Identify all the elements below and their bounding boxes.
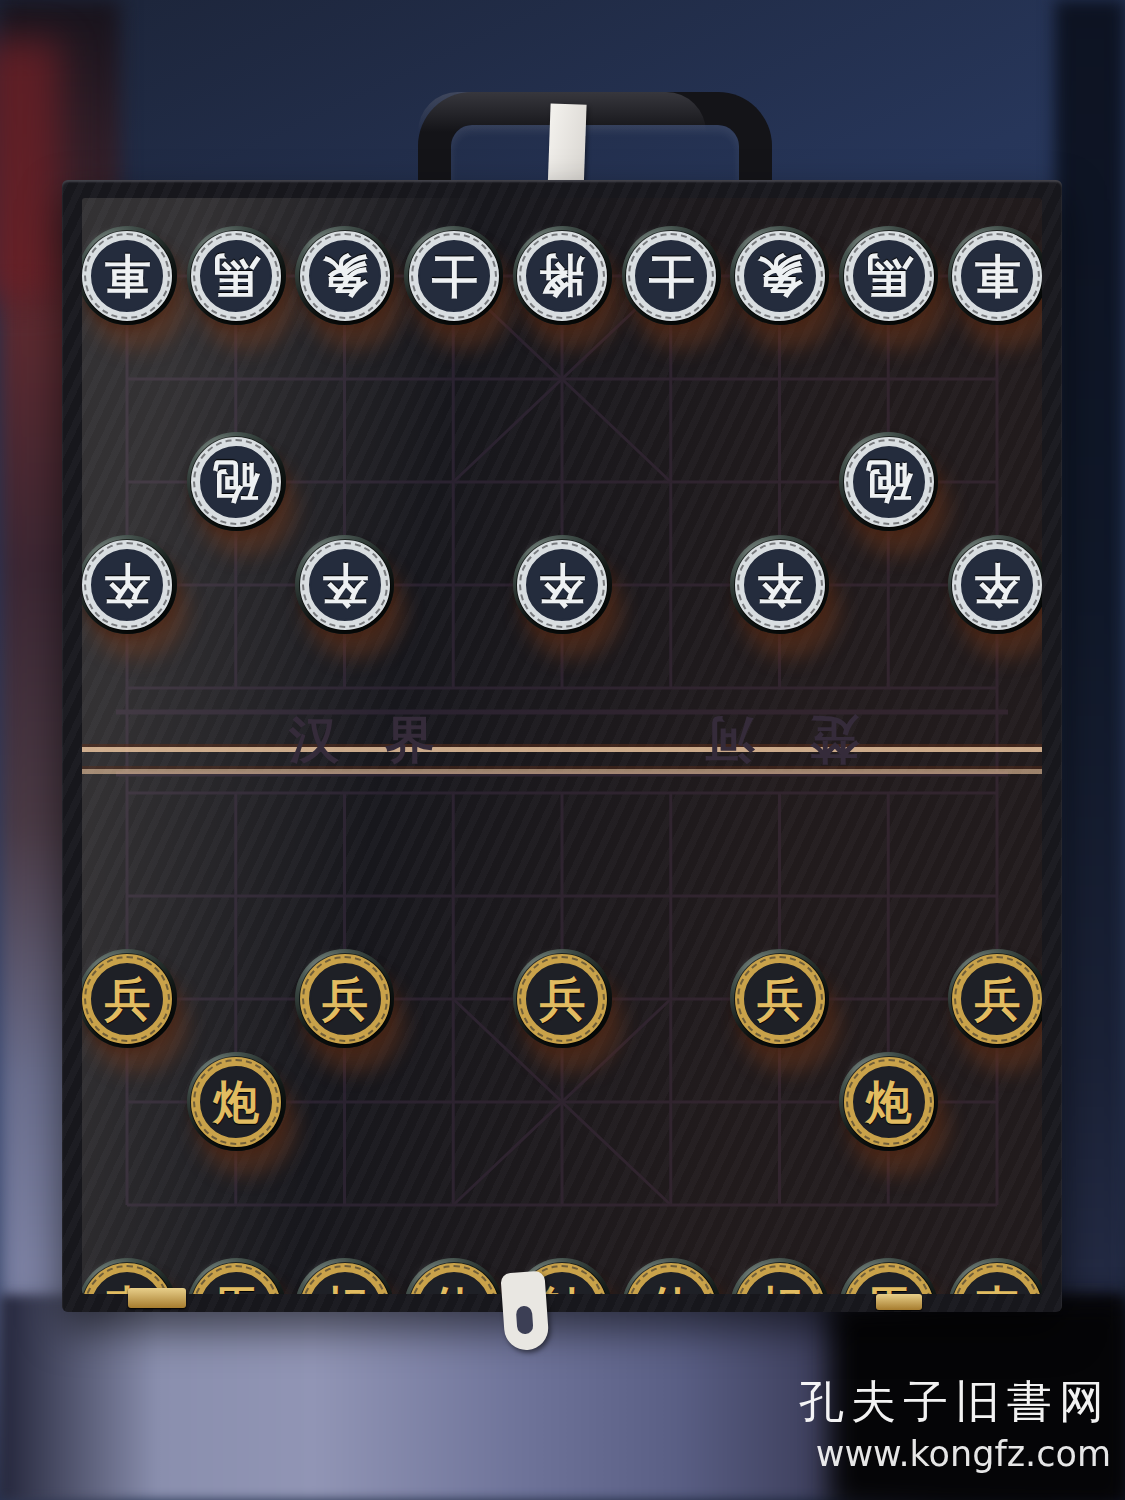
piece-glyph: 帥 [539,1285,585,1295]
piece-red-chariot[interactable]: 車 [948,1258,1042,1294]
piece-red-advisor[interactable]: 仕 [622,1258,721,1294]
piece-disc: 兵 [82,949,177,1048]
piece-disc: 馬 [187,226,286,325]
piece-red-cannon[interactable]: 炮 [187,1052,286,1151]
piece-disc: 象 [295,226,394,325]
piece-disc: 炮 [187,1052,286,1151]
piece-face: 馬 [191,1263,281,1295]
piece-black-elephant[interactable]: 象 [295,226,394,325]
piece-disc: 車 [948,1258,1042,1294]
watermark: 孔夫子旧書网 www.kongfz.com [799,1372,1111,1474]
piece-glyph: 馬 [213,253,259,299]
piece-disc: 馬 [839,226,938,325]
piece-glyph: 卒 [757,562,803,608]
piece-glyph: 車 [974,253,1020,299]
piece-face: 車 [82,231,172,321]
piece-face: 兵 [300,954,390,1044]
piece-glyph: 卒 [974,562,1020,608]
piece-red-soldier[interactable]: 兵 [948,949,1042,1048]
piece-black-chariot[interactable]: 車 [82,226,177,325]
piece-red-advisor[interactable]: 仕 [404,1258,503,1294]
piece-glyph: 馬 [866,253,912,299]
piece-face: 士 [409,231,499,321]
piece-disc: 卒 [948,535,1042,634]
piece-face: 卒 [517,540,607,630]
piece-disc: 砲 [187,432,286,531]
piece-red-horse[interactable]: 馬 [187,1258,286,1294]
piece-disc: 將 [513,226,612,325]
watermark-url: www.kongfz.com [799,1434,1111,1474]
piece-glyph: 砲 [213,459,259,505]
piece-face: 將 [517,231,607,321]
piece-black-chariot[interactable]: 車 [948,226,1042,325]
piece-glyph: 仕 [431,1285,477,1295]
piece-face: 砲 [191,437,281,527]
piece-red-soldier[interactable]: 兵 [513,949,612,1048]
piece-red-horse[interactable]: 馬 [839,1258,938,1294]
piece-black-soldier[interactable]: 卒 [513,535,612,634]
piece-glyph: 兵 [539,976,585,1022]
piece-disc: 卒 [295,535,394,634]
piece-disc: 仕 [404,1258,503,1294]
piece-black-cannon[interactable]: 砲 [839,432,938,531]
piece-face: 士 [626,231,716,321]
piece-face: 炮 [191,1057,281,1147]
piece-face: 相 [300,1263,390,1295]
piece-disc: 卒 [82,535,177,634]
piece-black-horse[interactable]: 馬 [187,226,286,325]
case-strap[interactable] [500,1271,549,1352]
chess-case: 汉界 楚河 車馬象士將士象馬車砲砲卒卒卒卒卒兵兵兵兵兵炮炮車馬相仕帥仕相馬車 [62,180,1062,1312]
piece-disc: 兵 [513,949,612,1048]
piece-disc: 炮 [839,1052,938,1151]
piece-glyph: 象 [322,253,368,299]
piece-disc: 象 [730,226,829,325]
piece-face: 馬 [844,1263,934,1295]
piece-glyph: 兵 [757,976,803,1022]
piece-black-soldier[interactable]: 卒 [730,535,829,634]
piece-disc: 卒 [513,535,612,634]
piece-glyph: 士 [431,253,477,299]
piece-face: 車 [952,231,1042,321]
piece-glyph: 相 [322,1285,368,1295]
piece-red-soldier[interactable]: 兵 [82,949,177,1048]
piece-face: 兵 [517,954,607,1044]
piece-red-cannon[interactable]: 炮 [839,1052,938,1151]
xiangqi-board: 汉界 楚河 車馬象士將士象馬車砲砲卒卒卒卒卒兵兵兵兵兵炮炮車馬相仕帥仕相馬車 [82,198,1042,1294]
piece-glyph: 炮 [213,1079,259,1125]
piece-glyph: 象 [757,253,803,299]
piece-black-advisor[interactable]: 士 [404,226,503,325]
piece-glyph: 炮 [866,1079,912,1125]
piece-glyph: 卒 [104,562,150,608]
piece-red-elephant[interactable]: 相 [295,1258,394,1294]
piece-disc: 砲 [839,432,938,531]
piece-black-advisor[interactable]: 士 [622,226,721,325]
piece-disc: 士 [622,226,721,325]
piece-disc: 馬 [839,1258,938,1294]
pieces-grid: 車馬象士將士象馬車砲砲卒卒卒卒卒兵兵兵兵兵炮炮車馬相仕帥仕相馬車 [82,224,1042,1294]
case-clasp-left[interactable] [128,1288,186,1308]
piece-black-general[interactable]: 將 [513,226,612,325]
piece-disc: 相 [730,1258,829,1294]
blurred-red-patch [0,40,60,300]
piece-glyph: 卒 [322,562,368,608]
piece-face: 卒 [300,540,390,630]
piece-glyph: 卒 [539,562,585,608]
piece-glyph: 車 [974,1285,1020,1295]
piece-black-soldier[interactable]: 卒 [295,535,394,634]
piece-disc: 相 [295,1258,394,1294]
piece-face: 相 [735,1263,825,1295]
piece-face: 卒 [82,540,172,630]
piece-face: 卒 [735,540,825,630]
piece-face: 馬 [191,231,281,321]
piece-glyph: 馬 [213,1285,259,1295]
piece-glyph: 砲 [866,459,912,505]
piece-red-soldier[interactable]: 兵 [730,949,829,1048]
piece-face: 馬 [844,231,934,321]
piece-disc: 兵 [948,949,1042,1048]
piece-glyph: 兵 [974,976,1020,1022]
piece-disc: 仕 [622,1258,721,1294]
piece-red-soldier[interactable]: 兵 [295,949,394,1048]
piece-black-elephant[interactable]: 象 [730,226,829,325]
piece-face: 仕 [626,1263,716,1295]
piece-black-horse[interactable]: 馬 [839,226,938,325]
piece-glyph: 兵 [104,976,150,1022]
piece-black-cannon[interactable]: 砲 [187,432,286,531]
piece-black-soldier[interactable]: 卒 [82,535,177,634]
piece-face: 砲 [844,437,934,527]
piece-disc: 車 [948,226,1042,325]
piece-glyph: 士 [648,253,694,299]
piece-glyph: 兵 [322,976,368,1022]
piece-glyph: 仕 [648,1285,694,1295]
piece-face: 仕 [409,1263,499,1295]
piece-face: 象 [735,231,825,321]
piece-disc: 兵 [295,949,394,1048]
piece-face: 兵 [735,954,825,1044]
piece-disc: 士 [404,226,503,325]
piece-black-soldier[interactable]: 卒 [948,535,1042,634]
piece-face: 卒 [952,540,1042,630]
dark-background-right [1055,0,1125,1500]
piece-red-elephant[interactable]: 相 [730,1258,829,1294]
piece-disc: 兵 [730,949,829,1048]
piece-glyph: 馬 [866,1285,912,1295]
piece-disc: 卒 [730,535,829,634]
piece-face: 兵 [82,954,172,1044]
piece-face: 車 [952,1263,1042,1295]
photo-scene: 汉界 楚河 車馬象士將士象馬車砲砲卒卒卒卒卒兵兵兵兵兵炮炮車馬相仕帥仕相馬車 孔… [0,0,1125,1500]
piece-disc: 馬 [187,1258,286,1294]
piece-glyph: 車 [104,253,150,299]
piece-glyph: 相 [757,1285,803,1295]
piece-face: 兵 [952,954,1042,1044]
piece-glyph: 將 [539,253,585,299]
piece-disc: 車 [82,226,177,325]
case-clasp-right[interactable] [876,1294,922,1310]
watermark-site-name: 孔夫子旧書网 [799,1372,1111,1432]
piece-face: 象 [300,231,390,321]
piece-face: 炮 [844,1057,934,1147]
